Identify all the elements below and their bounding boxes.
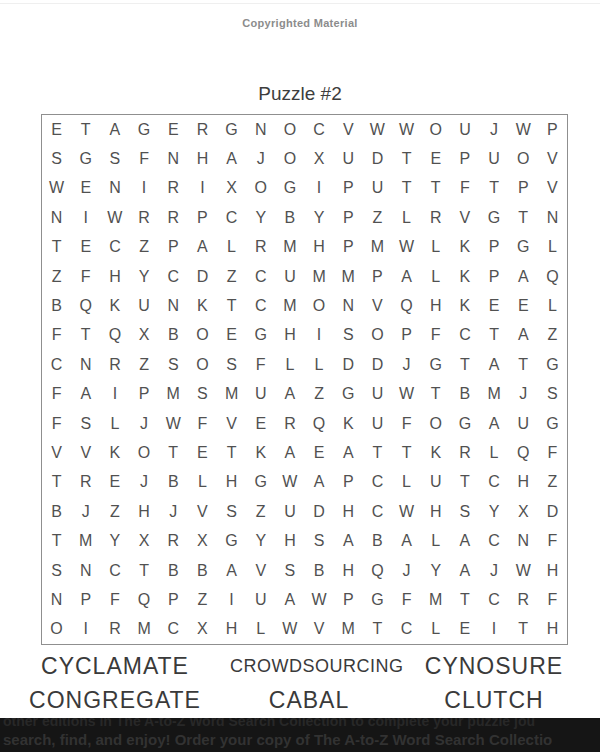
grid-cell-r10c2: A — [71, 380, 100, 409]
grid-cell-r13c3: E — [100, 468, 129, 497]
grid-cell-r6c7: Z — [217, 262, 246, 291]
grid-cell-r14c5: J — [159, 497, 188, 526]
grid-cell-r8c13: P — [392, 321, 421, 350]
grid-cell-r13c2: R — [71, 468, 100, 497]
grid-cell-r3c8: O — [246, 174, 275, 203]
grid-cell-r10c6: S — [188, 380, 217, 409]
grid-cell-r17c13: F — [392, 585, 421, 614]
grid-cell-r5c6: A — [188, 233, 217, 262]
grid-cell-r8c18: Z — [538, 321, 567, 350]
grid-cell-r13c14: U — [421, 468, 450, 497]
grid-cell-r17c15: T — [450, 585, 479, 614]
grid-cell-r18c3: R — [100, 615, 129, 644]
grid-cell-r11c15: G — [450, 409, 479, 438]
grid-cell-r8c8: G — [246, 321, 275, 350]
grid-cell-r15c17: N — [509, 526, 538, 555]
puzzle-page: Copyrighted Material Puzzle #2 ETAGERGNO… — [0, 0, 600, 752]
grid-cell-r2c11: U — [334, 144, 363, 173]
grid-cell-r6c3: H — [100, 262, 129, 291]
grid-cell-r18c8: L — [246, 615, 275, 644]
grid-cell-r6c6: D — [188, 262, 217, 291]
grid-cell-r7c8: C — [246, 291, 275, 320]
grid-cell-r11c1: F — [42, 409, 71, 438]
grid-cell-r16c11: H — [334, 556, 363, 585]
grid-cell-r10c9: A — [275, 380, 304, 409]
grid-cell-r4c9: B — [275, 203, 304, 232]
grid-cell-r5c2: E — [71, 233, 100, 262]
grid-cell-r9c14: G — [421, 350, 450, 379]
grid-cell-r8c1: F — [42, 321, 71, 350]
grid-cell-r3c2: E — [71, 174, 100, 203]
footer-text-line2: search, find, and enjoy! Order your copy… — [0, 731, 600, 748]
grid-cell-r10c12: U — [363, 380, 392, 409]
grid-cell-r4c13: L — [392, 203, 421, 232]
grid-cell-r14c7: S — [217, 497, 246, 526]
grid-cell-r9c17: T — [509, 350, 538, 379]
grid-cell-r3c12: U — [363, 174, 392, 203]
grid-cell-r16c8: V — [246, 556, 275, 585]
grid-cell-r17c11: P — [334, 585, 363, 614]
grid-cell-r2c8: J — [246, 144, 275, 173]
grid-cell-r1c7: G — [217, 115, 246, 144]
grid-cell-r12c6: E — [188, 438, 217, 467]
grid-cell-r3c10: I — [304, 174, 333, 203]
grid-cell-r4c4: R — [129, 203, 158, 232]
grid-cell-r7c18: L — [538, 291, 567, 320]
grid-cell-r12c3: K — [100, 438, 129, 467]
grid-cell-r7c5: N — [159, 291, 188, 320]
grid-cell-r18c9: W — [275, 615, 304, 644]
grid-cell-r9c12: D — [363, 350, 392, 379]
grid-cell-r11c10: Q — [304, 409, 333, 438]
grid-cell-r14c10: D — [304, 497, 333, 526]
grid-cell-r18c12: T — [363, 615, 392, 644]
word-cyclamate: CYCLAMATE — [0, 653, 230, 680]
grid-cell-r3c18: V — [538, 174, 567, 203]
grid-cell-r12c1: V — [42, 438, 71, 467]
grid-cell-r1c16: J — [479, 115, 508, 144]
grid-cell-r12c11: A — [334, 438, 363, 467]
grid-cell-r3c17: P — [509, 174, 538, 203]
grid-cell-r14c3: Z — [100, 497, 129, 526]
footer-text-line1: other editions in The A-to-Z Word Search… — [0, 718, 600, 729]
grid-cell-r13c4: J — [129, 468, 158, 497]
grid-cell-r1c8: N — [246, 115, 275, 144]
grid-cell-r5c7: L — [217, 233, 246, 262]
grid-cell-r12c4: O — [129, 438, 158, 467]
grid-cell-r15c2: M — [71, 526, 100, 555]
grid-cell-r7c17: E — [509, 291, 538, 320]
grid-cell-r13c6: L — [188, 468, 217, 497]
grid-cell-r12c8: K — [246, 438, 275, 467]
grid-cell-r5c5: P — [159, 233, 188, 262]
grid-cell-r13c18: Z — [538, 468, 567, 497]
grid-cell-r2c17: O — [509, 144, 538, 173]
grid-cell-r11c18: G — [538, 409, 567, 438]
grid-cell-r6c11: M — [334, 262, 363, 291]
grid-cell-r15c13: A — [392, 526, 421, 555]
grid-cell-r16c1: S — [42, 556, 71, 585]
grid-cell-r7c16: E — [479, 291, 508, 320]
grid-cell-r18c18: H — [538, 615, 567, 644]
grid-cell-r6c12: P — [363, 262, 392, 291]
grid-cell-r3c6: I — [188, 174, 217, 203]
grid-cell-r15c16: C — [479, 526, 508, 555]
grid-cell-r11c9: R — [275, 409, 304, 438]
grid-cell-r2c9: O — [275, 144, 304, 173]
grid-cell-r14c8: Z — [246, 497, 275, 526]
grid-cell-r1c9: O — [275, 115, 304, 144]
grid-cell-r11c13: F — [392, 409, 421, 438]
grid-cell-r11c7: V — [217, 409, 246, 438]
grid-cell-r6c4: Y — [129, 262, 158, 291]
grid-cell-r9c9: L — [275, 350, 304, 379]
grid-cell-r12c14: K — [421, 438, 450, 467]
grid-cell-r9c16: A — [479, 350, 508, 379]
grid-cell-r9c8: F — [246, 350, 275, 379]
grid-cell-r8c11: S — [334, 321, 363, 350]
grid-cell-r2c13: T — [392, 144, 421, 173]
grid-cell-r18c4: M — [129, 615, 158, 644]
grid-cell-r10c10: Z — [304, 380, 333, 409]
grid-cell-r11c6: F — [188, 409, 217, 438]
grid-cell-r4c3: W — [100, 203, 129, 232]
grid-cell-r16c9: S — [275, 556, 304, 585]
grid-cell-r17c12: G — [363, 585, 392, 614]
footer-banner: other editions in The A-to-Z Word Search… — [0, 718, 600, 752]
top-divider — [0, 3, 600, 4]
grid-cell-r17c4: Q — [129, 585, 158, 614]
grid-cell-r11c14: O — [421, 409, 450, 438]
grid-cell-r16c10: B — [304, 556, 333, 585]
grid-cell-r17c16: C — [479, 585, 508, 614]
word-cynosure: CYNOSURE — [388, 653, 600, 680]
grid-cell-r3c4: I — [129, 174, 158, 203]
grid-cell-r7c10: O — [304, 291, 333, 320]
grid-cell-r13c8: G — [246, 468, 275, 497]
grid-cell-r6c13: A — [392, 262, 421, 291]
grid-cell-r9c13: J — [392, 350, 421, 379]
grid-cell-r2c1: S — [42, 144, 71, 173]
word-cabal: CABAL — [230, 687, 388, 714]
grid-cell-r3c3: N — [100, 174, 129, 203]
grid-cell-r8c6: O — [188, 321, 217, 350]
grid-cell-r8c10: I — [304, 321, 333, 350]
grid-cell-r17c7: I — [217, 585, 246, 614]
grid-cell-r4c16: G — [479, 203, 508, 232]
grid-cell-r9c18: G — [538, 350, 567, 379]
grid-cell-r15c4: X — [129, 526, 158, 555]
grid-cell-r15c12: B — [363, 526, 392, 555]
grid-cell-r1c4: G — [129, 115, 158, 144]
grid-cell-r7c7: T — [217, 291, 246, 320]
grid-cell-r5c18: L — [538, 233, 567, 262]
grid-cell-r11c5: W — [159, 409, 188, 438]
grid-cell-r2c6: H — [188, 144, 217, 173]
grid-cell-r15c15: A — [450, 526, 479, 555]
grid-cell-r12c12: T — [363, 438, 392, 467]
grid-cell-r9c6: O — [188, 350, 217, 379]
grid-cell-r17c9: A — [275, 585, 304, 614]
grid-cell-r1c3: A — [100, 115, 129, 144]
grid-cell-r4c5: R — [159, 203, 188, 232]
grid-cell-r14c18: D — [538, 497, 567, 526]
grid-cell-r7c14: H — [421, 291, 450, 320]
word-list: CYCLAMATE CROWDSOURCING CYNOSURE CONGREG… — [0, 649, 600, 718]
grid-cell-r2c18: V — [538, 144, 567, 173]
grid-cell-r4c10: Y — [304, 203, 333, 232]
grid-cell-r1c18: P — [538, 115, 567, 144]
grid-cell-r15c14: L — [421, 526, 450, 555]
grid-cell-r2c14: E — [421, 144, 450, 173]
grid-cell-r3c11: P — [334, 174, 363, 203]
grid-cell-r13c1: T — [42, 468, 71, 497]
grid-cell-r7c13: Q — [392, 291, 421, 320]
grid-cell-r16c7: A — [217, 556, 246, 585]
grid-cell-r6c15: K — [450, 262, 479, 291]
grid-cell-r11c8: E — [246, 409, 275, 438]
copyright-notice: Copyrighted Material — [0, 17, 600, 29]
grid-cell-r13c5: B — [159, 468, 188, 497]
grid-cell-r6c1: Z — [42, 262, 71, 291]
grid-cell-r16c6: B — [188, 556, 217, 585]
grid-cell-r4c2: I — [71, 203, 100, 232]
grid-cell-r18c15: E — [450, 615, 479, 644]
grid-cell-r10c13: W — [392, 380, 421, 409]
grid-cell-r4c8: Y — [246, 203, 275, 232]
grid-cell-r17c1: N — [42, 585, 71, 614]
grid-cell-r16c16: J — [479, 556, 508, 585]
grid-cell-r17c14: M — [421, 585, 450, 614]
grid-cell-r8c4: X — [129, 321, 158, 350]
grid-cell-r15c9: H — [275, 526, 304, 555]
grid-cell-r5c9: M — [275, 233, 304, 262]
grid-cell-r10c5: M — [159, 380, 188, 409]
grid-cell-r7c1: B — [42, 291, 71, 320]
grid-cell-r14c9: U — [275, 497, 304, 526]
grid-cell-r12c7: T — [217, 438, 246, 467]
grid-cell-r17c10: W — [304, 585, 333, 614]
grid-cell-r16c12: Q — [363, 556, 392, 585]
grid-cell-r14c11: H — [334, 497, 363, 526]
grid-cell-r5c4: Z — [129, 233, 158, 262]
grid-cell-r14c1: B — [42, 497, 71, 526]
grid-cell-r16c14: Y — [421, 556, 450, 585]
grid-cell-r11c12: U — [363, 409, 392, 438]
grid-cell-r8c15: C — [450, 321, 479, 350]
grid-cell-r13c10: A — [304, 468, 333, 497]
grid-cell-r4c1: N — [42, 203, 71, 232]
grid-cell-r3c16: T — [479, 174, 508, 203]
grid-cell-r2c4: F — [129, 144, 158, 173]
grid-cell-r18c5: C — [159, 615, 188, 644]
grid-cell-r14c2: J — [71, 497, 100, 526]
grid-cell-r12c17: Q — [509, 438, 538, 467]
grid-cell-r10c18: S — [538, 380, 567, 409]
grid-cell-r7c15: K — [450, 291, 479, 320]
grid-cell-r13c13: L — [392, 468, 421, 497]
grid-cell-r1c17: W — [509, 115, 538, 144]
grid-cell-r8c9: H — [275, 321, 304, 350]
grid-cell-r4c7: C — [217, 203, 246, 232]
grid-cell-r6c10: M — [304, 262, 333, 291]
grid-cell-r7c4: U — [129, 291, 158, 320]
grid-cell-r4c15: V — [450, 203, 479, 232]
grid-cell-r5c16: P — [479, 233, 508, 262]
grid-cell-r18c10: V — [304, 615, 333, 644]
grid-cell-r10c15: B — [450, 380, 479, 409]
grid-cell-r2c16: U — [479, 144, 508, 173]
grid-cell-r7c2: Q — [71, 291, 100, 320]
grid-cell-r12c2: V — [71, 438, 100, 467]
grid-cell-r12c18: F — [538, 438, 567, 467]
grid-cell-r10c8: U — [246, 380, 275, 409]
grid-cell-r18c6: X — [188, 615, 217, 644]
grid-cell-r12c15: R — [450, 438, 479, 467]
grid-cell-r10c3: I — [100, 380, 129, 409]
grid-cell-r15c5: R — [159, 526, 188, 555]
grid-cell-r14c12: C — [363, 497, 392, 526]
grid-cell-r4c14: R — [421, 203, 450, 232]
grid-cell-r14c4: H — [129, 497, 158, 526]
grid-cell-r17c6: Z — [188, 585, 217, 614]
grid-cell-r16c15: A — [450, 556, 479, 585]
grid-cell-r4c12: Z — [363, 203, 392, 232]
grid-cell-r18c7: H — [217, 615, 246, 644]
grid-cell-r11c17: U — [509, 409, 538, 438]
word-search-grid: ETAGERGNOCVWWOUJWPSGSFNHAJOXUDTEPUOVWENI… — [42, 115, 567, 644]
grid-cell-r8c3: Q — [100, 321, 129, 350]
grid-cell-r14c13: W — [392, 497, 421, 526]
grid-cell-r15c7: G — [217, 526, 246, 555]
grid-cell-r9c15: T — [450, 350, 479, 379]
grid-cell-r1c1: E — [42, 115, 71, 144]
grid-cell-r7c3: K — [100, 291, 129, 320]
grid-cell-r17c2: P — [71, 585, 100, 614]
grid-cell-r15c8: Y — [246, 526, 275, 555]
grid-cell-r13c11: P — [334, 468, 363, 497]
grid-cell-r18c11: M — [334, 615, 363, 644]
grid-cell-r2c10: X — [304, 144, 333, 173]
grid-cell-r6c18: Q — [538, 262, 567, 291]
grid-cell-r16c13: J — [392, 556, 421, 585]
grid-cell-r16c2: N — [71, 556, 100, 585]
grid-cell-r12c16: L — [479, 438, 508, 467]
grid-cell-r15c10: S — [304, 526, 333, 555]
grid-cell-r15c3: Y — [100, 526, 129, 555]
grid-cell-r8c7: E — [217, 321, 246, 350]
grid-cell-r13c7: H — [217, 468, 246, 497]
grid-cell-r5c13: W — [392, 233, 421, 262]
grid-cell-r18c2: I — [71, 615, 100, 644]
grid-cell-r11c16: A — [479, 409, 508, 438]
grid-cell-r1c15: U — [450, 115, 479, 144]
grid-cell-r7c12: V — [363, 291, 392, 320]
grid-cell-r14c15: S — [450, 497, 479, 526]
grid-cell-r18c17: T — [509, 615, 538, 644]
grid-cell-r6c9: U — [275, 262, 304, 291]
grid-cell-r18c13: C — [392, 615, 421, 644]
grid-cell-r7c6: K — [188, 291, 217, 320]
grid-cell-r4c17: T — [509, 203, 538, 232]
grid-cell-r3c14: T — [421, 174, 450, 203]
grid-cell-r9c11: D — [334, 350, 363, 379]
grid-cell-r6c5: C — [159, 262, 188, 291]
grid-cell-r10c7: M — [217, 380, 246, 409]
grid-cell-r15c6: X — [188, 526, 217, 555]
grid-cell-r9c1: C — [42, 350, 71, 379]
grid-cell-r10c16: M — [479, 380, 508, 409]
grid-cell-r3c15: F — [450, 174, 479, 203]
grid-cell-r17c5: P — [159, 585, 188, 614]
grid-cell-r10c14: T — [421, 380, 450, 409]
grid-cell-r2c7: A — [217, 144, 246, 173]
grid-cell-r1c13: W — [392, 115, 421, 144]
grid-cell-r13c16: C — [479, 468, 508, 497]
grid-cell-r4c6: P — [188, 203, 217, 232]
word-search-grid-frame: ETAGERGNOCVWWOUJWPSGSFNHAJOXUDTEPUOVWENI… — [41, 114, 568, 645]
grid-cell-r6c2: F — [71, 262, 100, 291]
grid-cell-r18c1: O — [42, 615, 71, 644]
grid-cell-r9c7: S — [217, 350, 246, 379]
grid-cell-r9c4: Z — [129, 350, 158, 379]
grid-cell-r12c13: T — [392, 438, 421, 467]
grid-cell-r5c8: R — [246, 233, 275, 262]
grid-cell-r16c4: T — [129, 556, 158, 585]
puzzle-title: Puzzle #2 — [0, 83, 600, 105]
grid-cell-r3c1: W — [42, 174, 71, 203]
grid-cell-r8c14: F — [421, 321, 450, 350]
grid-cell-r2c15: P — [450, 144, 479, 173]
grid-cell-r13c12: C — [363, 468, 392, 497]
grid-cell-r2c12: D — [363, 144, 392, 173]
grid-cell-r18c14: L — [421, 615, 450, 644]
grid-cell-r8c17: A — [509, 321, 538, 350]
grid-cell-r6c14: L — [421, 262, 450, 291]
grid-cell-r1c11: V — [334, 115, 363, 144]
grid-cell-r2c3: S — [100, 144, 129, 173]
grid-cell-r3c7: X — [217, 174, 246, 203]
grid-cell-r15c11: A — [334, 526, 363, 555]
grid-cell-r17c17: R — [509, 585, 538, 614]
grid-cell-r15c1: T — [42, 526, 71, 555]
grid-cell-r10c17: J — [509, 380, 538, 409]
grid-cell-r5c17: G — [509, 233, 538, 262]
grid-cell-r6c8: C — [246, 262, 275, 291]
grid-cell-r8c12: O — [363, 321, 392, 350]
grid-cell-r10c11: G — [334, 380, 363, 409]
grid-cell-r4c11: P — [334, 203, 363, 232]
grid-cell-r1c2: T — [71, 115, 100, 144]
grid-cell-r14c17: X — [509, 497, 538, 526]
grid-cell-r7c9: M — [275, 291, 304, 320]
word-clutch: CLUTCH — [388, 687, 600, 714]
grid-cell-r5c10: H — [304, 233, 333, 262]
grid-cell-r2c2: G — [71, 144, 100, 173]
grid-cell-r17c3: F — [100, 585, 129, 614]
grid-cell-r3c5: R — [159, 174, 188, 203]
grid-cell-r1c12: W — [363, 115, 392, 144]
grid-cell-r15c18: F — [538, 526, 567, 555]
grid-cell-r11c3: L — [100, 409, 129, 438]
grid-cell-r1c6: R — [188, 115, 217, 144]
grid-cell-r5c12: M — [363, 233, 392, 262]
grid-cell-r9c10: L — [304, 350, 333, 379]
grid-cell-r16c3: C — [100, 556, 129, 585]
grid-cell-r14c6: V — [188, 497, 217, 526]
grid-cell-r2c5: N — [159, 144, 188, 173]
grid-cell-r10c4: P — [129, 380, 158, 409]
